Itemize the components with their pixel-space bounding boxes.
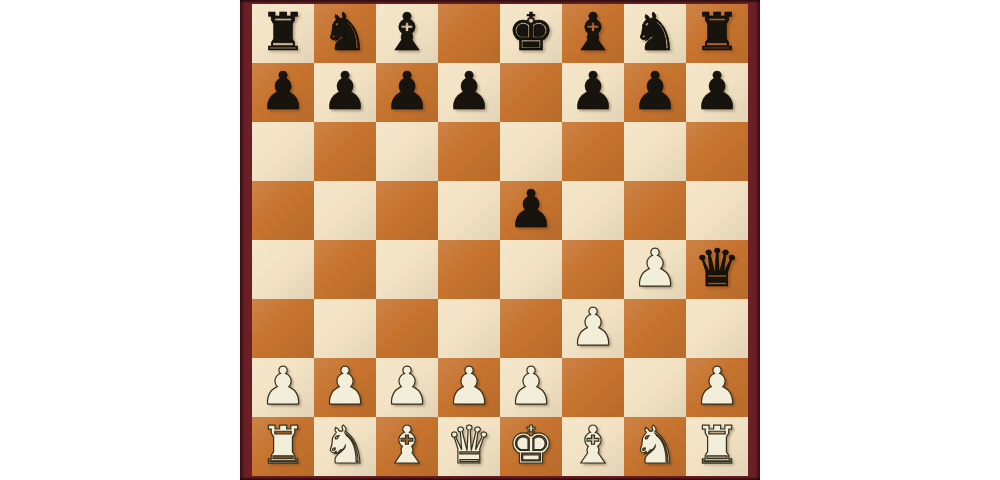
square-g2[interactable] xyxy=(624,358,686,417)
piece-white-pawn: ♟ xyxy=(632,240,679,298)
square-b3[interactable] xyxy=(314,299,376,358)
square-c8[interactable]: ♝ xyxy=(376,4,438,63)
square-g8[interactable]: ♞ xyxy=(624,4,686,63)
square-h3[interactable] xyxy=(686,299,748,358)
square-g3[interactable] xyxy=(624,299,686,358)
piece-white-pawn: ♟ xyxy=(260,358,307,416)
square-d7[interactable]: ♟ xyxy=(438,63,500,122)
piece-black-pawn: ♟ xyxy=(632,63,679,121)
piece-black-pawn: ♟ xyxy=(260,63,307,121)
square-g5[interactable] xyxy=(624,181,686,240)
piece-black-bishop: ♝ xyxy=(570,4,617,62)
piece-black-bishop: ♝ xyxy=(384,4,431,62)
square-d8[interactable] xyxy=(438,4,500,63)
square-e1[interactable]: ♚ xyxy=(500,417,562,476)
piece-black-pawn: ♟ xyxy=(694,63,741,121)
piece-black-knight: ♞ xyxy=(322,4,369,62)
square-b1[interactable]: ♞ xyxy=(314,417,376,476)
piece-white-knight: ♞ xyxy=(632,417,679,475)
square-b4[interactable] xyxy=(314,240,376,299)
square-a6[interactable] xyxy=(252,122,314,181)
piece-black-pawn: ♟ xyxy=(322,63,369,121)
piece-black-pawn: ♟ xyxy=(446,63,493,121)
square-d2[interactable]: ♟ xyxy=(438,358,500,417)
square-e3[interactable] xyxy=(500,299,562,358)
square-g6[interactable] xyxy=(624,122,686,181)
square-f5[interactable] xyxy=(562,181,624,240)
piece-white-knight: ♞ xyxy=(322,417,369,475)
piece-black-pawn: ♟ xyxy=(570,63,617,121)
piece-black-knight: ♞ xyxy=(632,4,679,62)
chessboard: ♜♞♝♚♝♞♜♟♟♟♟♟♟♟♟♟♛♟♟♟♟♟♟♟♜♞♝♛♚♝♞♜ xyxy=(252,4,748,476)
square-e4[interactable] xyxy=(500,240,562,299)
square-h1[interactable]: ♜ xyxy=(686,417,748,476)
piece-white-king: ♚ xyxy=(508,417,555,475)
square-g4[interactable]: ♟ xyxy=(624,240,686,299)
piece-white-pawn: ♟ xyxy=(384,358,431,416)
piece-white-pawn: ♟ xyxy=(570,299,617,357)
square-c3[interactable] xyxy=(376,299,438,358)
piece-white-rook: ♜ xyxy=(260,417,307,475)
square-f8[interactable]: ♝ xyxy=(562,4,624,63)
square-a2[interactable]: ♟ xyxy=(252,358,314,417)
square-e5[interactable]: ♟ xyxy=(500,181,562,240)
piece-white-rook: ♜ xyxy=(694,417,741,475)
square-f4[interactable] xyxy=(562,240,624,299)
square-a1[interactable]: ♜ xyxy=(252,417,314,476)
piece-white-bishop: ♝ xyxy=(570,417,617,475)
square-e2[interactable]: ♟ xyxy=(500,358,562,417)
square-h8[interactable]: ♜ xyxy=(686,4,748,63)
square-f7[interactable]: ♟ xyxy=(562,63,624,122)
square-e7[interactable] xyxy=(500,63,562,122)
square-b6[interactable] xyxy=(314,122,376,181)
piece-white-queen: ♛ xyxy=(446,417,493,475)
piece-black-queen: ♛ xyxy=(694,240,741,298)
square-d6[interactable] xyxy=(438,122,500,181)
square-a8[interactable]: ♜ xyxy=(252,4,314,63)
square-d5[interactable] xyxy=(438,181,500,240)
square-b7[interactable]: ♟ xyxy=(314,63,376,122)
square-d1[interactable]: ♛ xyxy=(438,417,500,476)
piece-white-pawn: ♟ xyxy=(694,358,741,416)
square-e8[interactable]: ♚ xyxy=(500,4,562,63)
square-f3[interactable]: ♟ xyxy=(562,299,624,358)
square-e6[interactable] xyxy=(500,122,562,181)
square-a4[interactable] xyxy=(252,240,314,299)
square-c6[interactable] xyxy=(376,122,438,181)
square-d3[interactable] xyxy=(438,299,500,358)
square-h6[interactable] xyxy=(686,122,748,181)
square-f6[interactable] xyxy=(562,122,624,181)
square-h7[interactable]: ♟ xyxy=(686,63,748,122)
square-c7[interactable]: ♟ xyxy=(376,63,438,122)
square-c1[interactable]: ♝ xyxy=(376,417,438,476)
square-a3[interactable] xyxy=(252,299,314,358)
square-c4[interactable] xyxy=(376,240,438,299)
square-g1[interactable]: ♞ xyxy=(624,417,686,476)
square-b8[interactable]: ♞ xyxy=(314,4,376,63)
piece-white-pawn: ♟ xyxy=(322,358,369,416)
square-a5[interactable] xyxy=(252,181,314,240)
piece-black-king: ♚ xyxy=(508,4,555,62)
square-h2[interactable]: ♟ xyxy=(686,358,748,417)
square-h4[interactable]: ♛ xyxy=(686,240,748,299)
square-f2[interactable] xyxy=(562,358,624,417)
square-b5[interactable] xyxy=(314,181,376,240)
board-frame: ♜♞♝♚♝♞♜♟♟♟♟♟♟♟♟♟♛♟♟♟♟♟♟♟♜♞♝♛♚♝♞♜ xyxy=(240,0,760,480)
piece-white-pawn: ♟ xyxy=(446,358,493,416)
piece-black-rook: ♜ xyxy=(694,4,741,62)
piece-white-pawn: ♟ xyxy=(508,358,555,416)
square-a7[interactable]: ♟ xyxy=(252,63,314,122)
square-c5[interactable] xyxy=(376,181,438,240)
square-c2[interactable]: ♟ xyxy=(376,358,438,417)
piece-black-pawn: ♟ xyxy=(508,181,555,239)
page-background: ♜♞♝♚♝♞♜♟♟♟♟♟♟♟♟♟♛♟♟♟♟♟♟♟♜♞♝♛♚♝♞♜ xyxy=(0,0,1000,480)
square-g7[interactable]: ♟ xyxy=(624,63,686,122)
square-d4[interactable] xyxy=(438,240,500,299)
square-h5[interactable] xyxy=(686,181,748,240)
piece-black-rook: ♜ xyxy=(260,4,307,62)
piece-black-pawn: ♟ xyxy=(384,63,431,121)
piece-white-bishop: ♝ xyxy=(384,417,431,475)
square-b2[interactable]: ♟ xyxy=(314,358,376,417)
square-f1[interactable]: ♝ xyxy=(562,417,624,476)
